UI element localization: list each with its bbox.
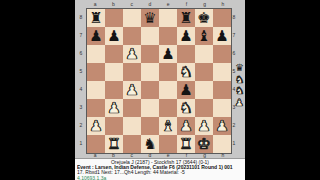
piece-white-bishop-e2: ♝ <box>161 117 174 135</box>
square-h6 <box>213 45 231 63</box>
square-g7: ♝ <box>195 27 213 45</box>
square-f5: ♞ <box>177 63 195 81</box>
square-h1 <box>213 135 231 153</box>
square-a3 <box>87 99 105 117</box>
piece-white-rook-b1: ♜ <box>107 135 120 153</box>
rank-label-right-1: 1 <box>231 134 237 152</box>
material-tray: ♛♞♞♟ <box>234 62 245 108</box>
file-label-top-f: f <box>177 1 195 7</box>
square-g8: ♚ <box>195 9 213 27</box>
piece-white-king-g1: ♚ <box>197 135 210 153</box>
square-d3 <box>141 99 159 117</box>
square-g5 <box>195 63 213 81</box>
square-f6 <box>177 45 195 63</box>
file-label-top-e: e <box>159 1 177 7</box>
piece-white-rook-f1: ♜ <box>179 135 192 153</box>
square-a7: ♟ <box>87 27 105 45</box>
square-b2 <box>105 117 123 135</box>
square-h4 <box>213 81 231 99</box>
rank-label-left-7: 7 <box>78 26 84 44</box>
piece-white-pawn-a2: ♟ <box>89 117 102 135</box>
square-f2: ♟ <box>177 117 195 135</box>
piece-white-knight-f5: ♞ <box>179 63 192 81</box>
square-b6 <box>105 45 123 63</box>
piece-white-pawn-f2: ♟ <box>179 117 192 135</box>
diagram-stage: abcdefgh 87654321 ♜♛♜♚♟♟♟♝♟♟♟♞♟♟♟♞♟♝♟♟♟♜… <box>75 0 245 180</box>
square-e7 <box>159 27 177 45</box>
piece-black-king-g8: ♚ <box>197 9 210 27</box>
square-c7 <box>123 27 141 45</box>
square-f3: ♞ <box>177 99 195 117</box>
square-e5 <box>159 63 177 81</box>
piece-white-pawn-c6: ♟ <box>125 45 138 63</box>
rank-label-left-2: 2 <box>78 116 84 134</box>
rank-label-right-6: 6 <box>231 44 237 62</box>
square-c2 <box>123 117 141 135</box>
square-h3 <box>213 99 231 117</box>
piece-black-queen-d8: ♛ <box>143 9 156 27</box>
square-g4 <box>195 81 213 99</box>
square-h5 <box>213 63 231 81</box>
square-e8 <box>159 9 177 27</box>
square-a1 <box>87 135 105 153</box>
square-d7 <box>141 27 159 45</box>
square-c5 <box>123 63 141 81</box>
file-label-top-c: c <box>123 1 141 7</box>
rank-label-left-3: 3 <box>78 98 84 116</box>
piece-black-rook-a8: ♜ <box>89 9 102 27</box>
square-e2: ♝ <box>159 117 177 135</box>
square-h7: ♟ <box>213 27 231 45</box>
piece-black-knight-d1: ♞ <box>143 135 156 153</box>
square-g1: ♚ <box>195 135 213 153</box>
square-c3 <box>123 99 141 117</box>
game-id-link: 4.10693.1.3a <box>77 176 245 180</box>
file-label-top-a: a <box>86 1 104 7</box>
square-f7: ♟ <box>177 27 195 45</box>
piece-white-pawn-g2: ♟ <box>197 117 210 135</box>
board: ♜♛♜♚♟♟♟♝♟♟♟♞♟♟♟♞♟♝♟♟♟♜♞♜♚ <box>86 8 232 154</box>
rank-labels-left: 87654321 <box>78 8 84 152</box>
piece-white-pawn-h2: ♟ <box>215 117 228 135</box>
square-b3: ♟ <box>105 99 123 117</box>
square-e4 <box>159 81 177 99</box>
rank-label-left-1: 1 <box>78 134 84 152</box>
piece-black-pawn-h7: ♟ <box>215 27 228 45</box>
piece-black-bishop-g7: ♝ <box>197 27 210 45</box>
square-d5 <box>141 63 159 81</box>
square-c6: ♟ <box>123 45 141 63</box>
square-h8 <box>213 9 231 27</box>
piece-black-pawn-f7: ♟ <box>179 27 192 45</box>
square-f8: ♜ <box>177 9 195 27</box>
square-b5 <box>105 63 123 81</box>
piece-black-pawn-a7: ♟ <box>89 27 102 45</box>
square-a8: ♜ <box>87 9 105 27</box>
piece-white-pawn-c4: ♟ <box>125 81 138 99</box>
square-a2: ♟ <box>87 117 105 135</box>
file-label-top-d: d <box>141 1 159 7</box>
tray-white-pawn-icon: ♟ <box>235 97 244 109</box>
square-f1: ♜ <box>177 135 195 153</box>
tray-black-queen-icon: ♛ <box>235 62 244 74</box>
square-g3 <box>195 99 213 117</box>
square-d1: ♞ <box>141 135 159 153</box>
square-d8: ♛ <box>141 9 159 27</box>
piece-black-pawn-e6: ♟ <box>161 45 174 63</box>
file-label-top-h: h <box>214 1 232 7</box>
rank-label-left-8: 8 <box>78 8 84 26</box>
square-c8 <box>123 9 141 27</box>
square-g6 <box>195 45 213 63</box>
file-labels-top: abcdefgh <box>86 1 232 7</box>
square-e1 <box>159 135 177 153</box>
file-label-top-b: b <box>104 1 122 7</box>
square-a5 <box>87 63 105 81</box>
rank-label-right-2: 2 <box>231 116 237 134</box>
square-h2: ♟ <box>213 117 231 135</box>
piece-black-pawn-f4: ♟ <box>179 81 192 99</box>
square-b4 <box>105 81 123 99</box>
square-f4: ♟ <box>177 81 195 99</box>
rank-label-left-6: 6 <box>78 44 84 62</box>
tray-white-knight-icon: ♞ <box>235 85 244 97</box>
square-b1: ♜ <box>105 135 123 153</box>
square-c1 <box>123 135 141 153</box>
piece-white-knight-f3: ♞ <box>179 99 192 117</box>
square-b7: ♟ <box>105 27 123 45</box>
piece-black-pawn-b7: ♟ <box>107 27 120 45</box>
info-bar: Orejuela J (2187) - Stockfish 17 (3644) … <box>75 158 245 180</box>
square-a6 <box>87 45 105 63</box>
square-e3 <box>159 99 177 117</box>
square-d2 <box>141 117 159 135</box>
rank-label-right-7: 7 <box>231 26 237 44</box>
tray-white-knight-icon: ♞ <box>235 74 244 86</box>
rank-label-left-5: 5 <box>78 62 84 80</box>
rank-label-right-8: 8 <box>231 8 237 26</box>
square-c4: ♟ <box>123 81 141 99</box>
square-g2: ♟ <box>195 117 213 135</box>
rank-label-left-4: 4 <box>78 80 84 98</box>
square-d4 <box>141 81 159 99</box>
piece-white-pawn-b3: ♟ <box>107 99 120 117</box>
square-e6: ♟ <box>159 45 177 63</box>
square-d6 <box>141 45 159 63</box>
square-a4 <box>87 81 105 99</box>
square-b8 <box>105 9 123 27</box>
piece-black-rook-f8: ♜ <box>179 9 192 27</box>
file-label-top-g: g <box>196 1 214 7</box>
